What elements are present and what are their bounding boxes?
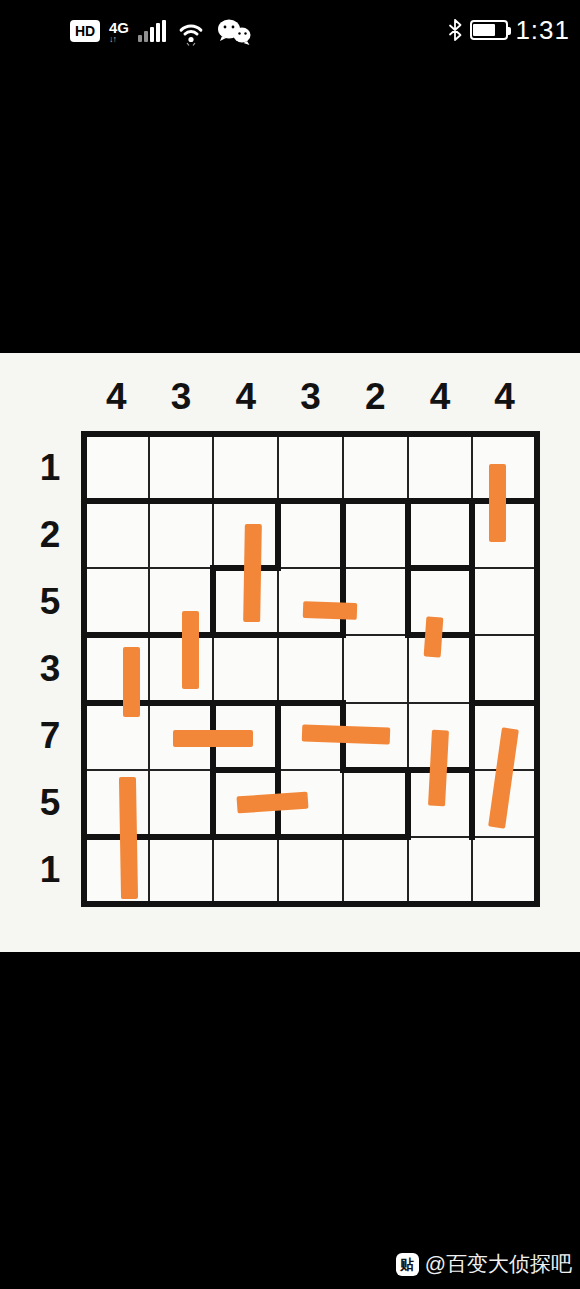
grid-line bbox=[469, 567, 540, 569]
wifi-icon bbox=[175, 20, 207, 46]
grid-line bbox=[407, 834, 409, 907]
data-arrows-icon: ↓↑ bbox=[109, 35, 116, 44]
region-border-line bbox=[405, 498, 411, 571]
region-border-line bbox=[210, 834, 281, 840]
region-border-line bbox=[81, 565, 87, 638]
region-border-line bbox=[210, 700, 281, 706]
grid-line bbox=[81, 567, 152, 569]
region-border-line bbox=[469, 431, 540, 437]
signal-strength-icon bbox=[138, 20, 166, 42]
region-border-line bbox=[146, 431, 217, 437]
region-border-line bbox=[81, 431, 87, 504]
region-border-line bbox=[534, 834, 540, 907]
grid-line bbox=[340, 702, 411, 704]
wechat-icon bbox=[216, 18, 252, 46]
region-border-line bbox=[340, 498, 411, 504]
region-border-line bbox=[340, 431, 411, 437]
stick[interactable] bbox=[423, 616, 443, 657]
region-border-line bbox=[469, 700, 540, 706]
stick[interactable] bbox=[303, 601, 358, 620]
grid-line bbox=[277, 632, 279, 705]
row-clue: 1 bbox=[40, 849, 61, 891]
region-border-line bbox=[275, 700, 346, 706]
row-clue: 5 bbox=[40, 581, 61, 623]
region-border-line bbox=[405, 901, 476, 907]
col-clue: 2 bbox=[365, 376, 386, 418]
tieba-icon: 贴 bbox=[396, 1253, 419, 1276]
screenshot-page: HD 4G ↓↑ bbox=[0, 0, 580, 1289]
col-clue: 4 bbox=[494, 376, 515, 418]
col-clue: 3 bbox=[300, 376, 321, 418]
grid-line bbox=[277, 565, 279, 638]
region-border-line bbox=[534, 632, 540, 705]
col-clue: 4 bbox=[106, 376, 127, 418]
col-clue: 4 bbox=[235, 376, 256, 418]
grid-line bbox=[148, 565, 150, 638]
region-border-line bbox=[81, 498, 152, 504]
region-border-line bbox=[275, 700, 281, 773]
region-border-line bbox=[210, 565, 216, 638]
stick[interactable] bbox=[302, 724, 391, 744]
stick[interactable] bbox=[489, 464, 506, 542]
signal-bar bbox=[144, 31, 148, 42]
col-clue: 3 bbox=[171, 376, 192, 418]
region-border-line bbox=[405, 565, 476, 571]
grid-line bbox=[148, 700, 150, 773]
region-border-line bbox=[81, 700, 152, 706]
region-border-line bbox=[340, 901, 411, 907]
region-border-line bbox=[469, 498, 475, 571]
grid-line bbox=[407, 700, 409, 773]
grid-line bbox=[342, 834, 344, 907]
network-type-label: 4G bbox=[109, 20, 129, 35]
region-border-line bbox=[405, 565, 411, 638]
status-bar: HD 4G ↓↑ bbox=[0, 0, 580, 58]
region-border-line bbox=[469, 632, 475, 705]
region-border-line bbox=[534, 498, 540, 571]
grid-line bbox=[340, 634, 411, 636]
region-border-line bbox=[534, 431, 540, 504]
region-border-line bbox=[81, 834, 87, 907]
stick[interactable] bbox=[243, 524, 262, 622]
region-border-line bbox=[275, 901, 346, 907]
region-border-line bbox=[210, 431, 281, 437]
stick[interactable] bbox=[173, 730, 253, 747]
grid-line bbox=[148, 431, 150, 504]
grid-line bbox=[342, 632, 344, 705]
row-clue: 7 bbox=[40, 715, 61, 757]
region-border-line bbox=[210, 767, 216, 840]
col-clue: 4 bbox=[430, 376, 451, 418]
row-clue: 2 bbox=[40, 514, 61, 556]
region-border-line bbox=[469, 700, 475, 773]
region-border-line bbox=[340, 767, 411, 773]
signal-bar bbox=[138, 35, 142, 42]
region-border-line bbox=[146, 498, 217, 504]
region-border-line bbox=[81, 632, 87, 705]
grid-line bbox=[469, 836, 540, 838]
signal-bar bbox=[156, 23, 160, 42]
puzzle-panel: 4343244 1253751 bbox=[0, 353, 580, 952]
stick[interactable] bbox=[182, 611, 199, 689]
region-border-line bbox=[275, 632, 346, 638]
stick[interactable] bbox=[118, 777, 137, 899]
region-border-line bbox=[210, 498, 281, 504]
region-border-line bbox=[275, 834, 346, 840]
grid-line bbox=[275, 769, 346, 771]
grid-line bbox=[342, 767, 344, 840]
region-border-line bbox=[534, 767, 540, 840]
grid-line bbox=[212, 834, 214, 907]
grid-line bbox=[277, 431, 279, 504]
grid-line bbox=[148, 767, 150, 840]
region-border-line bbox=[210, 632, 281, 638]
region-border-line bbox=[146, 700, 217, 706]
grid-line bbox=[212, 632, 214, 705]
signal-bar bbox=[150, 27, 154, 42]
region-border-line bbox=[275, 498, 281, 571]
grid-line bbox=[471, 431, 473, 504]
region-border-line bbox=[469, 565, 475, 638]
grid-line bbox=[275, 567, 346, 569]
status-right-group: 1:31 bbox=[448, 14, 570, 46]
stick[interactable] bbox=[428, 730, 449, 807]
status-left-group: HD 4G ↓↑ bbox=[70, 14, 252, 46]
grid-line bbox=[405, 836, 476, 838]
region-border-line bbox=[146, 901, 217, 907]
stick[interactable] bbox=[488, 727, 519, 828]
grid-line bbox=[340, 567, 411, 569]
region-border-line bbox=[81, 767, 87, 840]
signal-bar bbox=[162, 20, 166, 42]
watermark-text: @百变大侦探吧 bbox=[425, 1250, 572, 1278]
region-border-line bbox=[81, 431, 152, 437]
battery-fill bbox=[473, 24, 495, 36]
battery-icon bbox=[470, 20, 508, 40]
region-border-line bbox=[405, 498, 476, 504]
grid-line bbox=[407, 632, 409, 705]
row-clue: 5 bbox=[40, 782, 61, 824]
stick[interactable] bbox=[123, 647, 140, 717]
stick[interactable] bbox=[236, 791, 308, 813]
clock-time: 1:31 bbox=[515, 15, 570, 46]
bluetooth-icon bbox=[448, 18, 463, 42]
region-border-line bbox=[210, 901, 281, 907]
region-border-line bbox=[405, 431, 476, 437]
region-border-line bbox=[534, 565, 540, 638]
grid-line bbox=[148, 498, 150, 571]
grid-line bbox=[212, 431, 214, 504]
region-border-line bbox=[469, 901, 540, 907]
grid-line bbox=[148, 834, 150, 907]
row-clue: 3 bbox=[40, 648, 61, 690]
region-border-line bbox=[340, 498, 346, 571]
grid-line bbox=[277, 834, 279, 907]
region-border-line bbox=[275, 498, 346, 504]
grid-line bbox=[469, 634, 540, 636]
grid-line bbox=[146, 567, 217, 569]
region-border-line bbox=[405, 767, 411, 840]
region-border-line bbox=[340, 834, 411, 840]
region-border-line bbox=[534, 700, 540, 773]
region-border-line bbox=[81, 834, 152, 840]
row-clue: 1 bbox=[40, 447, 61, 489]
grid-line bbox=[148, 632, 150, 705]
region-border-line bbox=[210, 767, 281, 773]
region-border-line bbox=[146, 834, 217, 840]
grid-line bbox=[212, 498, 214, 571]
grid-line bbox=[471, 834, 473, 907]
network-indicator: 4G ↓↑ bbox=[109, 20, 129, 44]
grid-line bbox=[407, 431, 409, 504]
grid-line bbox=[342, 431, 344, 504]
region-border-line bbox=[469, 767, 475, 840]
watermark: 贴 @百变大侦探吧 bbox=[396, 1250, 572, 1278]
puzzle-board bbox=[84, 434, 537, 904]
region-border-line bbox=[81, 632, 152, 638]
grid-line bbox=[405, 702, 476, 704]
grid-line bbox=[81, 769, 152, 771]
hd-icon: HD bbox=[70, 20, 100, 42]
grid-line bbox=[146, 769, 217, 771]
region-border-line bbox=[81, 901, 152, 907]
region-border-line bbox=[81, 700, 87, 773]
region-border-line bbox=[275, 431, 346, 437]
region-border-line bbox=[81, 498, 87, 571]
